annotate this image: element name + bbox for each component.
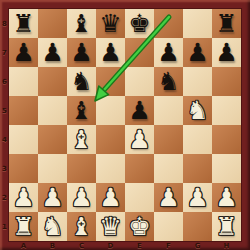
piece-white-bishop[interactable]: ♝ <box>70 212 92 241</box>
square-e7[interactable] <box>125 38 154 67</box>
piece-black-pawn[interactable]: ♟ <box>41 38 63 67</box>
file-label-a: A <box>9 241 38 250</box>
square-f3[interactable] <box>154 154 183 183</box>
square-c5[interactable]: ♝ <box>67 96 96 125</box>
piece-white-pawn[interactable]: ♟ <box>215 183 237 212</box>
square-c8[interactable]: ♝ <box>67 9 96 38</box>
square-h8[interactable]: ♜ <box>212 9 241 38</box>
piece-black-bishop[interactable]: ♝ <box>70 96 92 125</box>
rank-label-6: 6 <box>0 67 9 96</box>
piece-white-bishop[interactable]: ♝ <box>70 125 92 154</box>
piece-black-bishop[interactable]: ♝ <box>70 9 92 38</box>
square-f4[interactable] <box>154 125 183 154</box>
square-b4[interactable] <box>38 125 67 154</box>
square-c4[interactable]: ♝ <box>67 125 96 154</box>
square-e6[interactable] <box>125 67 154 96</box>
piece-black-rook[interactable]: ♜ <box>215 9 237 38</box>
square-e4[interactable]: ♟ <box>125 125 154 154</box>
square-c7[interactable]: ♟ <box>67 38 96 67</box>
chess-board[interactable]: ♜♝♛♚♜♟♟♟♟♟♟♟♞♞♝♟♞♝♟♟♟♟♟♟♟♟♜♞♝♛♚♜ <box>9 9 241 241</box>
piece-black-pawn[interactable]: ♟ <box>215 38 237 67</box>
square-b1[interactable]: ♞ <box>38 212 67 241</box>
piece-black-pawn[interactable]: ♟ <box>186 38 208 67</box>
square-d7[interactable]: ♟ <box>96 38 125 67</box>
square-b6[interactable] <box>38 67 67 96</box>
square-c3[interactable] <box>67 154 96 183</box>
piece-white-knight[interactable]: ♞ <box>41 212 63 241</box>
square-g8[interactable] <box>183 9 212 38</box>
square-h2[interactable]: ♟ <box>212 183 241 212</box>
piece-black-knight[interactable]: ♞ <box>70 67 92 96</box>
square-c2[interactable]: ♟ <box>67 183 96 212</box>
square-d1[interactable]: ♛ <box>96 212 125 241</box>
square-h3[interactable] <box>212 154 241 183</box>
square-h5[interactable] <box>212 96 241 125</box>
square-d8[interactable]: ♛ <box>96 9 125 38</box>
square-e3[interactable] <box>125 154 154 183</box>
square-d6[interactable] <box>96 67 125 96</box>
rank-label-5: 5 <box>0 96 9 125</box>
rank-label-2: 2 <box>0 183 9 212</box>
rank-label-4: 4 <box>0 125 9 154</box>
piece-black-pawn[interactable]: ♟ <box>12 38 34 67</box>
square-b8[interactable] <box>38 9 67 38</box>
file-label-h: H <box>212 241 241 250</box>
piece-white-rook[interactable]: ♜ <box>12 212 34 241</box>
rank-label-1: 1 <box>0 212 9 241</box>
square-b5[interactable] <box>38 96 67 125</box>
file-label-f: F <box>154 241 183 250</box>
square-f1[interactable] <box>154 212 183 241</box>
piece-black-knight[interactable]: ♞ <box>157 67 179 96</box>
piece-white-pawn[interactable]: ♟ <box>99 183 121 212</box>
piece-white-queen[interactable]: ♛ <box>99 212 121 241</box>
piece-black-queen[interactable]: ♛ <box>99 9 121 38</box>
square-b3[interactable] <box>38 154 67 183</box>
file-label-b: B <box>38 241 67 250</box>
square-b7[interactable]: ♟ <box>38 38 67 67</box>
piece-white-pawn[interactable]: ♟ <box>12 183 34 212</box>
square-g3[interactable] <box>183 154 212 183</box>
file-label-d: D <box>96 241 125 250</box>
square-g5[interactable]: ♞ <box>183 96 212 125</box>
file-label-c: C <box>67 241 96 250</box>
square-a2[interactable]: ♟ <box>9 183 38 212</box>
square-h6[interactable] <box>212 67 241 96</box>
rank-label-3: 3 <box>0 154 9 183</box>
square-h7[interactable]: ♟ <box>212 38 241 67</box>
piece-white-pawn[interactable]: ♟ <box>186 183 208 212</box>
piece-white-pawn[interactable]: ♟ <box>157 183 179 212</box>
piece-black-pawn[interactable]: ♟ <box>70 38 92 67</box>
square-f5[interactable] <box>154 96 183 125</box>
square-a6[interactable] <box>9 67 38 96</box>
square-h1[interactable]: ♜ <box>212 212 241 241</box>
piece-white-pawn[interactable]: ♟ <box>128 125 150 154</box>
square-f2[interactable]: ♟ <box>154 183 183 212</box>
square-a1[interactable]: ♜ <box>9 212 38 241</box>
square-a7[interactable]: ♟ <box>9 38 38 67</box>
square-f8[interactable] <box>154 9 183 38</box>
square-d3[interactable] <box>96 154 125 183</box>
piece-black-pawn[interactable]: ♟ <box>99 38 121 67</box>
rank-label-8: 8 <box>0 9 9 38</box>
square-g4[interactable] <box>183 125 212 154</box>
square-h4[interactable] <box>212 125 241 154</box>
piece-black-pawn[interactable]: ♟ <box>157 38 179 67</box>
file-label-e: E <box>125 241 154 250</box>
square-c6[interactable]: ♞ <box>67 67 96 96</box>
square-e8[interactable]: ♚ <box>125 9 154 38</box>
rank-label-7: 7 <box>0 38 9 67</box>
square-f7[interactable]: ♟ <box>154 38 183 67</box>
chess-diagram: ♜♝♛♚♜♟♟♟♟♟♟♟♞♞♝♟♞♝♟♟♟♟♟♟♟♟♜♞♝♛♚♜ 8765432… <box>0 0 250 250</box>
piece-white-king[interactable]: ♚ <box>128 212 150 241</box>
square-a4[interactable] <box>9 125 38 154</box>
square-e2[interactable] <box>125 183 154 212</box>
piece-black-pawn[interactable]: ♟ <box>128 96 150 125</box>
square-d2[interactable]: ♟ <box>96 183 125 212</box>
square-g2[interactable]: ♟ <box>183 183 212 212</box>
square-a3[interactable] <box>9 154 38 183</box>
square-c1[interactable]: ♝ <box>67 212 96 241</box>
piece-white-rook[interactable]: ♜ <box>215 212 237 241</box>
square-g1[interactable] <box>183 212 212 241</box>
square-g6[interactable] <box>183 67 212 96</box>
square-a8[interactable]: ♜ <box>9 9 38 38</box>
square-g7[interactable]: ♟ <box>183 38 212 67</box>
piece-black-rook[interactable]: ♜ <box>12 9 34 38</box>
square-d4[interactable] <box>96 125 125 154</box>
square-f6[interactable]: ♞ <box>154 67 183 96</box>
square-e1[interactable]: ♚ <box>125 212 154 241</box>
square-d5[interactable] <box>96 96 125 125</box>
file-label-g: G <box>183 241 212 250</box>
piece-white-pawn[interactable]: ♟ <box>41 183 63 212</box>
square-a5[interactable] <box>9 96 38 125</box>
piece-white-knight[interactable]: ♞ <box>186 96 208 125</box>
piece-white-pawn[interactable]: ♟ <box>70 183 92 212</box>
square-e5[interactable]: ♟ <box>125 96 154 125</box>
piece-black-king[interactable]: ♚ <box>128 9 150 38</box>
square-b2[interactable]: ♟ <box>38 183 67 212</box>
